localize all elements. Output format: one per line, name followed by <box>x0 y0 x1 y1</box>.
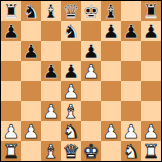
square-b7[interactable] <box>21 21 41 41</box>
piece-black-pawn[interactable]: ♟ <box>102 21 119 41</box>
piece-white-knight[interactable]: ♞ <box>122 141 139 161</box>
square-h6[interactable] <box>141 41 161 61</box>
square-h8[interactable]: ♜ <box>141 1 161 21</box>
piece-black-king[interactable]: ♚ <box>82 1 99 21</box>
square-a8[interactable]: ♜ <box>1 1 21 21</box>
square-d2[interactable]: ♞ <box>61 121 81 141</box>
square-a4[interactable] <box>1 81 21 101</box>
square-e6[interactable]: ♟ <box>81 41 101 61</box>
piece-black-rook[interactable]: ♜ <box>2 1 19 21</box>
piece-white-king[interactable]: ♚ <box>82 141 99 161</box>
square-d1[interactable]: ♛ <box>61 141 81 161</box>
piece-black-bishop[interactable]: ♝ <box>42 1 59 21</box>
square-a2[interactable]: ♟ <box>1 121 21 141</box>
piece-black-knight[interactable]: ♞ <box>22 1 39 21</box>
square-g3[interactable] <box>121 101 141 121</box>
square-g4[interactable] <box>121 81 141 101</box>
square-d7[interactable]: ♞ <box>61 21 81 41</box>
square-b6[interactable]: ♟ <box>21 41 41 61</box>
piece-white-pawn[interactable]: ♟ <box>122 121 139 141</box>
square-g6[interactable] <box>121 41 141 61</box>
square-f7[interactable]: ♟ <box>101 21 121 41</box>
square-f8[interactable]: ♝ <box>101 1 121 21</box>
square-h7[interactable]: ♟ <box>141 21 161 41</box>
square-f6[interactable] <box>101 41 121 61</box>
square-f2[interactable]: ♟ <box>101 121 121 141</box>
piece-black-pawn[interactable]: ♟ <box>42 61 59 81</box>
square-f1[interactable] <box>101 141 121 161</box>
piece-white-pawn[interactable]: ♟ <box>22 121 39 141</box>
square-h2[interactable]: ♟ <box>141 121 161 141</box>
square-h1[interactable]: ♜ <box>141 141 161 161</box>
square-e5[interactable]: ♟ <box>81 61 101 81</box>
square-h5[interactable] <box>141 61 161 81</box>
piece-white-pawn[interactable]: ♟ <box>102 121 119 141</box>
square-b4[interactable] <box>21 81 41 101</box>
square-g7[interactable]: ♟ <box>121 21 141 41</box>
piece-white-pawn[interactable]: ♟ <box>82 61 99 81</box>
piece-black-pawn[interactable]: ♟ <box>22 41 39 61</box>
square-c4[interactable] <box>41 81 61 101</box>
square-b1[interactable] <box>21 141 41 161</box>
square-b2[interactable]: ♟ <box>21 121 41 141</box>
square-f5[interactable] <box>101 61 121 81</box>
piece-white-queen[interactable]: ♛ <box>62 141 79 161</box>
square-f3[interactable] <box>101 101 121 121</box>
square-c3[interactable]: ♟ <box>41 101 61 121</box>
chess-board: ♜♞♝♛♚♝♜♟♞♟♟♟♟♟♟♟♟♟♟♝♟♟♞♟♟♟♜♝♛♚♞♜ <box>0 0 162 162</box>
square-e7[interactable] <box>81 21 101 41</box>
square-e1[interactable]: ♚ <box>81 141 101 161</box>
square-c1[interactable]: ♝ <box>41 141 61 161</box>
piece-white-bishop[interactable]: ♝ <box>42 141 59 161</box>
piece-black-queen[interactable]: ♛ <box>62 1 79 21</box>
square-a6[interactable] <box>1 41 21 61</box>
square-d3[interactable]: ♝ <box>61 101 81 121</box>
piece-black-bishop[interactable]: ♝ <box>102 1 119 21</box>
piece-black-pawn[interactable]: ♟ <box>122 21 139 41</box>
square-a3[interactable] <box>1 101 21 121</box>
piece-black-pawn[interactable]: ♟ <box>82 41 99 61</box>
piece-white-knight[interactable]: ♞ <box>62 121 79 141</box>
square-f4[interactable] <box>101 81 121 101</box>
piece-white-pawn[interactable]: ♟ <box>62 81 79 101</box>
piece-black-rook[interactable]: ♜ <box>142 1 159 21</box>
piece-black-pawn[interactable]: ♟ <box>142 21 159 41</box>
square-e8[interactable]: ♚ <box>81 1 101 21</box>
square-e3[interactable] <box>81 101 101 121</box>
square-e4[interactable] <box>81 81 101 101</box>
square-g1[interactable]: ♞ <box>121 141 141 161</box>
piece-white-rook[interactable]: ♜ <box>142 141 159 161</box>
piece-white-rook[interactable]: ♜ <box>2 141 19 161</box>
square-c5[interactable]: ♟ <box>41 61 61 81</box>
square-g5[interactable] <box>121 61 141 81</box>
square-c2[interactable] <box>41 121 61 141</box>
square-d5[interactable]: ♟ <box>61 61 81 81</box>
piece-white-pawn[interactable]: ♟ <box>2 121 19 141</box>
square-d8[interactable]: ♛ <box>61 1 81 21</box>
square-c7[interactable] <box>41 21 61 41</box>
piece-white-pawn[interactable]: ♟ <box>142 121 159 141</box>
square-c8[interactable]: ♝ <box>41 1 61 21</box>
square-b8[interactable]: ♞ <box>21 1 41 21</box>
piece-black-pawn[interactable]: ♟ <box>2 21 19 41</box>
piece-white-bishop[interactable]: ♝ <box>62 101 79 121</box>
square-g8[interactable] <box>121 1 141 21</box>
square-h4[interactable] <box>141 81 161 101</box>
square-h3[interactable] <box>141 101 161 121</box>
piece-black-pawn[interactable]: ♟ <box>62 61 79 81</box>
square-b3[interactable] <box>21 101 41 121</box>
square-a1[interactable]: ♜ <box>1 141 21 161</box>
square-b5[interactable] <box>21 61 41 81</box>
square-d6[interactable] <box>61 41 81 61</box>
square-e2[interactable] <box>81 121 101 141</box>
square-c6[interactable] <box>41 41 61 61</box>
square-a5[interactable] <box>1 61 21 81</box>
square-g2[interactable]: ♟ <box>121 121 141 141</box>
square-a7[interactable]: ♟ <box>1 21 21 41</box>
piece-black-knight[interactable]: ♞ <box>62 21 79 41</box>
square-d4[interactable]: ♟ <box>61 81 81 101</box>
piece-white-pawn[interactable]: ♟ <box>42 101 59 121</box>
